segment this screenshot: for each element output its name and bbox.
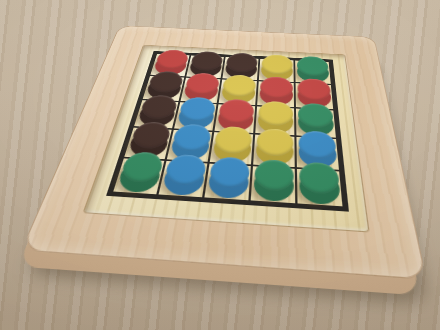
green-disc-r5c1[interactable] [116, 160, 163, 193]
cell-r5c3 [203, 163, 252, 202]
cell-r5c4 [249, 165, 296, 204]
board-grid [106, 51, 349, 212]
green-disc-r5c4[interactable] [253, 168, 294, 202]
blue-disc-r5c2[interactable] [161, 163, 206, 196]
blue-disc-r5c3[interactable] [207, 165, 250, 199]
board-panel [82, 45, 369, 233]
cell-r5c5 [296, 168, 344, 207]
green-disc-r5c5[interactable] [299, 171, 341, 206]
photo-stage [0, 0, 440, 330]
cell-r5c2 [157, 160, 208, 198]
